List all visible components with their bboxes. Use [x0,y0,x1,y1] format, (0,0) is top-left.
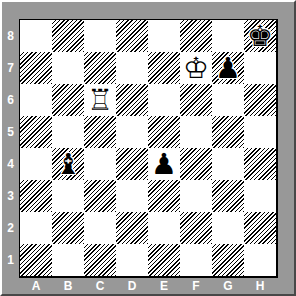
chess-board[interactable]: ♚♔♟♖♝♟ [19,19,278,278]
square-a6[interactable] [20,84,52,116]
square-c1[interactable] [84,244,116,276]
square-c3[interactable] [84,180,116,212]
square-g5[interactable] [212,116,244,148]
square-a1[interactable] [20,244,52,276]
square-g6[interactable] [212,84,244,116]
rank-label-1: 1 [2,244,19,276]
piece-black-bishop[interactable]: ♝ [52,148,84,180]
square-e6[interactable] [148,84,180,116]
square-g1[interactable] [212,244,244,276]
square-e7[interactable] [148,52,180,84]
square-c4[interactable] [84,148,116,180]
square-b6[interactable] [52,84,84,116]
square-d2[interactable] [116,212,148,244]
square-e8[interactable] [148,20,180,52]
rank-label-5: 5 [2,116,19,148]
square-a8[interactable] [20,20,52,52]
file-label-g: G [212,279,244,294]
square-f4[interactable] [180,148,212,180]
board-frame: ♚♔♟♖♝♟ 87654321 ABCDEFGH [0,0,296,296]
square-b3[interactable] [52,180,84,212]
square-f1[interactable] [180,244,212,276]
square-b8[interactable] [52,20,84,52]
square-a5[interactable] [20,116,52,148]
file-label-f: F [180,279,212,294]
square-h7[interactable] [244,52,276,84]
square-h8[interactable]: ♚ [244,20,276,52]
square-h4[interactable] [244,148,276,180]
rank-label-7: 7 [2,52,19,84]
file-label-d: D [116,279,148,294]
rank-label-8: 8 [2,20,19,52]
square-g7[interactable]: ♟ [212,52,244,84]
piece-black-pawn[interactable]: ♟ [148,148,180,180]
piece-black-king[interactable]: ♚ [244,20,276,52]
square-d4[interactable] [116,148,148,180]
square-b5[interactable] [52,116,84,148]
square-h1[interactable] [244,244,276,276]
square-a2[interactable] [20,212,52,244]
square-c5[interactable] [84,116,116,148]
square-g3[interactable] [212,180,244,212]
file-label-c: C [84,279,116,294]
piece-black-pawn[interactable]: ♟ [212,52,244,84]
square-g8[interactable] [212,20,244,52]
rank-label-2: 2 [2,212,19,244]
square-g2[interactable] [212,212,244,244]
square-d3[interactable] [116,180,148,212]
square-d5[interactable] [116,116,148,148]
file-label-e: E [148,279,180,294]
square-h5[interactable] [244,116,276,148]
square-a3[interactable] [20,180,52,212]
square-f3[interactable] [180,180,212,212]
square-g4[interactable] [212,148,244,180]
square-c8[interactable] [84,20,116,52]
square-h3[interactable] [244,180,276,212]
file-label-b: B [52,279,84,294]
square-h2[interactable] [244,212,276,244]
square-f7[interactable]: ♔ [180,52,212,84]
square-h6[interactable] [244,84,276,116]
square-e5[interactable] [148,116,180,148]
square-d8[interactable] [116,20,148,52]
rank-label-6: 6 [2,84,19,116]
square-c2[interactable] [84,212,116,244]
square-b4[interactable]: ♝ [52,148,84,180]
file-label-a: A [20,279,52,294]
square-b2[interactable] [52,212,84,244]
square-e2[interactable] [148,212,180,244]
piece-white-king[interactable]: ♔ [180,52,212,84]
square-b1[interactable] [52,244,84,276]
square-d6[interactable] [116,84,148,116]
square-e1[interactable] [148,244,180,276]
square-f8[interactable] [180,20,212,52]
rank-label-3: 3 [2,180,19,212]
square-c6[interactable]: ♖ [84,84,116,116]
square-e4[interactable]: ♟ [148,148,180,180]
square-e3[interactable] [148,180,180,212]
rank-label-4: 4 [2,148,19,180]
piece-white-rook[interactable]: ♖ [84,84,116,116]
square-a4[interactable] [20,148,52,180]
square-f6[interactable] [180,84,212,116]
file-label-h: H [244,279,276,294]
square-f5[interactable] [180,116,212,148]
square-f2[interactable] [180,212,212,244]
square-c7[interactable] [84,52,116,84]
square-b7[interactable] [52,52,84,84]
square-a7[interactable] [20,52,52,84]
square-d1[interactable] [116,244,148,276]
square-d7[interactable] [116,52,148,84]
